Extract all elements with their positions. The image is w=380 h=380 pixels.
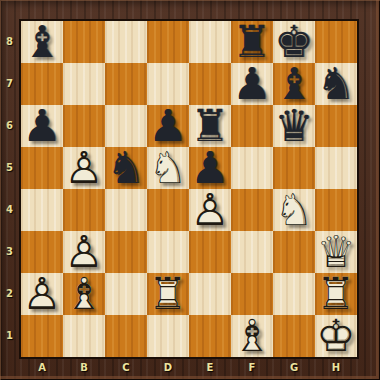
- white-bishop-outline: ♗: [63, 273, 105, 315]
- square-b3[interactable]: ♟♙: [63, 231, 105, 273]
- black-bishop-glyph: ♝: [273, 63, 315, 105]
- square-f4[interactable]: [231, 189, 273, 231]
- black-pawn-glyph: ♟: [147, 105, 189, 147]
- white-pawn[interactable]: ♟♙: [21, 273, 63, 315]
- square-c8[interactable]: [105, 21, 147, 63]
- file-label-d: D: [147, 359, 189, 377]
- square-a1[interactable]: [21, 315, 63, 357]
- square-h4[interactable]: [315, 189, 357, 231]
- square-e3[interactable]: [189, 231, 231, 273]
- white-pawn[interactable]: ♟♙: [63, 147, 105, 189]
- square-b7[interactable]: [63, 63, 105, 105]
- square-f5[interactable]: [231, 147, 273, 189]
- square-g5[interactable]: [273, 147, 315, 189]
- black-bishop[interactable]: ♝: [21, 21, 63, 63]
- square-g3[interactable]: [273, 231, 315, 273]
- file-label-e: E: [189, 359, 231, 377]
- square-b4[interactable]: [63, 189, 105, 231]
- square-c3[interactable]: [105, 231, 147, 273]
- square-c4[interactable]: [105, 189, 147, 231]
- white-bishop[interactable]: ♝♗: [231, 315, 273, 357]
- white-knight-outline: ♘: [273, 189, 315, 231]
- square-e2[interactable]: [189, 273, 231, 315]
- square-e6[interactable]: ♜: [189, 105, 231, 147]
- white-rook-outline: ♖: [147, 273, 189, 315]
- white-queen[interactable]: ♛♕: [315, 231, 357, 273]
- black-rook[interactable]: ♜: [189, 105, 231, 147]
- square-f1[interactable]: ♝♗: [231, 315, 273, 357]
- black-knight-glyph: ♞: [105, 147, 147, 189]
- square-e1[interactable]: [189, 315, 231, 357]
- white-knight[interactable]: ♞♘: [273, 189, 315, 231]
- square-a7[interactable]: [21, 63, 63, 105]
- square-f3[interactable]: [231, 231, 273, 273]
- square-d1[interactable]: [147, 315, 189, 357]
- rank-label-4: 4: [0, 189, 19, 231]
- square-c1[interactable]: [105, 315, 147, 357]
- square-h8[interactable]: [315, 21, 357, 63]
- rank-label-6: 6: [0, 105, 19, 147]
- white-king-outline: ♔: [315, 315, 357, 357]
- black-queen-glyph: ♛: [273, 105, 315, 147]
- white-rook[interactable]: ♜♖: [315, 273, 357, 315]
- square-a8[interactable]: ♝: [21, 21, 63, 63]
- black-pawn[interactable]: ♟: [21, 105, 63, 147]
- black-bishop[interactable]: ♝: [273, 63, 315, 105]
- black-knight[interactable]: ♞: [315, 63, 357, 105]
- square-a4[interactable]: [21, 189, 63, 231]
- square-g8[interactable]: ♚: [273, 21, 315, 63]
- white-pawn-outline: ♙: [63, 147, 105, 189]
- white-pawn[interactable]: ♟♙: [63, 231, 105, 273]
- square-a2[interactable]: ♟♙: [21, 273, 63, 315]
- rank-label-5: 5: [0, 147, 19, 189]
- black-rook-glyph: ♜: [231, 21, 273, 63]
- square-f8[interactable]: ♜: [231, 21, 273, 63]
- black-bishop-glyph: ♝: [21, 21, 63, 63]
- square-f6[interactable]: [231, 105, 273, 147]
- square-e7[interactable]: [189, 63, 231, 105]
- white-knight[interactable]: ♞♘: [147, 147, 189, 189]
- black-knight[interactable]: ♞: [105, 147, 147, 189]
- square-b2[interactable]: ♝♗: [63, 273, 105, 315]
- black-king-glyph: ♚: [273, 21, 315, 63]
- square-b6[interactable]: [63, 105, 105, 147]
- white-pawn-outline: ♙: [21, 273, 63, 315]
- square-d8[interactable]: [147, 21, 189, 63]
- square-c5[interactable]: ♞: [105, 147, 147, 189]
- black-pawn[interactable]: ♟: [189, 147, 231, 189]
- black-pawn-glyph: ♟: [21, 105, 63, 147]
- white-knight-outline: ♘: [147, 147, 189, 189]
- white-king[interactable]: ♚♔: [315, 315, 357, 357]
- file-label-f: F: [231, 359, 273, 377]
- square-g2[interactable]: [273, 273, 315, 315]
- white-queen-outline: ♕: [315, 231, 357, 273]
- square-c6[interactable]: [105, 105, 147, 147]
- rank-label-1: 1: [0, 315, 19, 357]
- square-d2[interactable]: ♜♖: [147, 273, 189, 315]
- black-pawn-glyph: ♟: [231, 63, 273, 105]
- black-rook-glyph: ♜: [189, 105, 231, 147]
- file-label-b: B: [63, 359, 105, 377]
- square-h1[interactable]: ♚♔: [315, 315, 357, 357]
- square-g1[interactable]: [273, 315, 315, 357]
- file-label-h: H: [315, 359, 357, 377]
- square-h3[interactable]: ♛♕: [315, 231, 357, 273]
- square-d6[interactable]: ♟: [147, 105, 189, 147]
- white-pawn[interactable]: ♟♙: [189, 189, 231, 231]
- square-c2[interactable]: [105, 273, 147, 315]
- rank-label-2: 2: [0, 273, 19, 315]
- white-bishop-outline: ♗: [231, 315, 273, 357]
- square-e4[interactable]: ♟♙: [189, 189, 231, 231]
- black-pawn[interactable]: ♟: [147, 105, 189, 147]
- black-knight-glyph: ♞: [315, 63, 357, 105]
- white-rook-outline: ♖: [315, 273, 357, 315]
- square-d5[interactable]: ♞♘: [147, 147, 189, 189]
- black-king[interactable]: ♚: [273, 21, 315, 63]
- white-bishop[interactable]: ♝♗: [63, 273, 105, 315]
- board-frame: ♝♜♚♟♝♞♟♟♜♛♟♙♞♞♘♟♟♙♞♘♟♙♛♕♟♙♝♗♜♖♜♖♝♗♚♔ 876…: [0, 0, 380, 380]
- file-label-g: G: [273, 359, 315, 377]
- square-d7[interactable]: [147, 63, 189, 105]
- file-label-c: C: [105, 359, 147, 377]
- rank-label-7: 7: [0, 63, 19, 105]
- square-b8[interactable]: [63, 21, 105, 63]
- chess-board: ♝♜♚♟♝♞♟♟♜♛♟♙♞♞♘♟♟♙♞♘♟♙♛♕♟♙♝♗♜♖♜♖♝♗♚♔: [19, 19, 359, 359]
- square-h6[interactable]: [315, 105, 357, 147]
- square-a3[interactable]: [21, 231, 63, 273]
- square-h7[interactable]: ♞: [315, 63, 357, 105]
- square-g7[interactable]: ♝: [273, 63, 315, 105]
- square-h2[interactable]: ♜♖: [315, 273, 357, 315]
- square-e8[interactable]: [189, 21, 231, 63]
- square-g4[interactable]: ♞♘: [273, 189, 315, 231]
- square-a5[interactable]: [21, 147, 63, 189]
- black-pawn-glyph: ♟: [189, 147, 231, 189]
- square-g6[interactable]: ♛: [273, 105, 315, 147]
- black-rook[interactable]: ♜: [231, 21, 273, 63]
- white-pawn-outline: ♙: [63, 231, 105, 273]
- square-d4[interactable]: [147, 189, 189, 231]
- black-pawn[interactable]: ♟: [231, 63, 273, 105]
- white-rook[interactable]: ♜♖: [147, 273, 189, 315]
- square-e5[interactable]: ♟: [189, 147, 231, 189]
- square-a6[interactable]: ♟: [21, 105, 63, 147]
- rank-label-3: 3: [0, 231, 19, 273]
- square-f7[interactable]: ♟: [231, 63, 273, 105]
- white-pawn-outline: ♙: [189, 189, 231, 231]
- square-b5[interactable]: ♟♙: [63, 147, 105, 189]
- square-d3[interactable]: [147, 231, 189, 273]
- black-queen[interactable]: ♛: [273, 105, 315, 147]
- file-label-a: A: [21, 359, 63, 377]
- square-f2[interactable]: [231, 273, 273, 315]
- square-h5[interactable]: [315, 147, 357, 189]
- square-b1[interactable]: [63, 315, 105, 357]
- rank-label-8: 8: [0, 21, 19, 63]
- square-c7[interactable]: [105, 63, 147, 105]
